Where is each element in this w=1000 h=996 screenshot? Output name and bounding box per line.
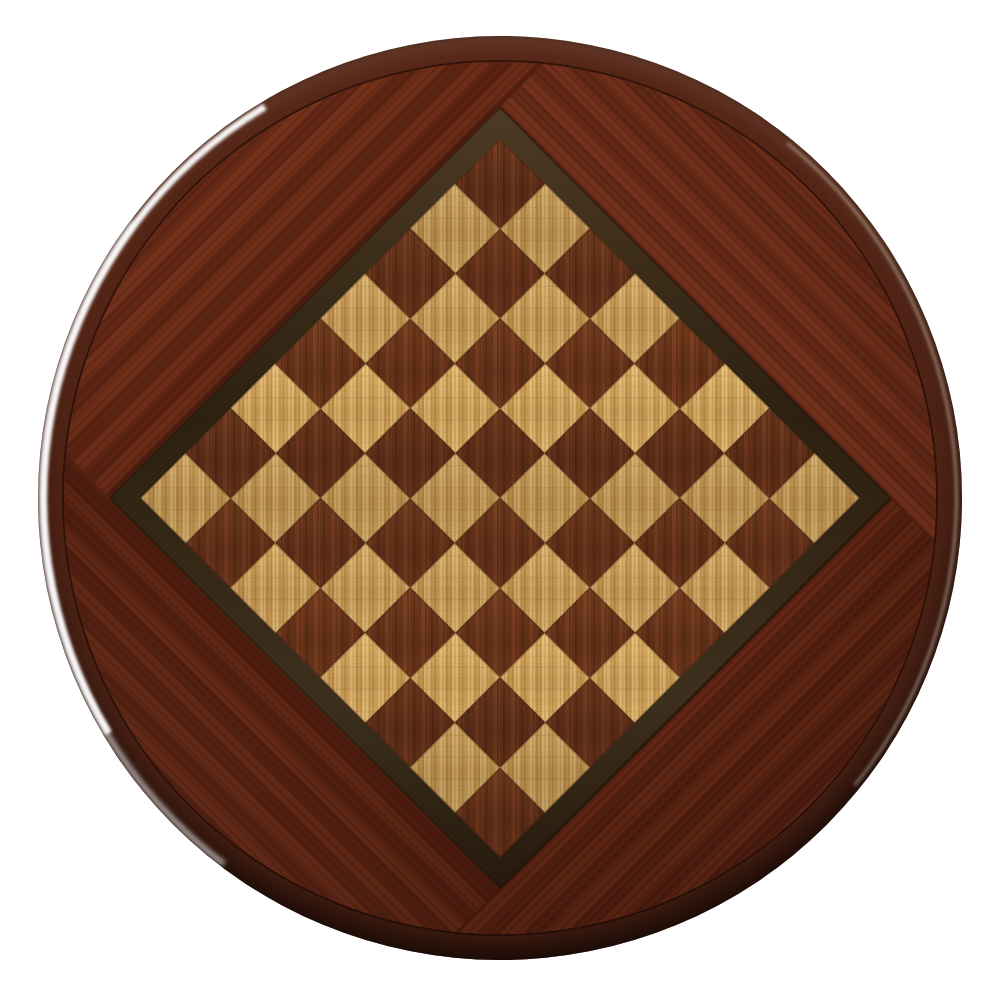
table-field — [64, 62, 936, 934]
product-photo-scene — [0, 0, 1000, 996]
rotated-inlay-wrapper — [64, 62, 936, 934]
round-table-top — [38, 36, 962, 960]
